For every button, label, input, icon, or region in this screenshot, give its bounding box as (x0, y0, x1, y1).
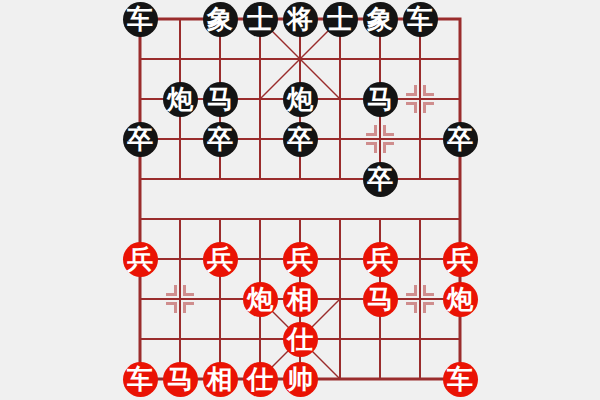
red-horse[interactable]: 马 (363, 282, 398, 317)
red-advisor[interactable]: 仕 (283, 322, 318, 357)
black-elephant[interactable]: 象 (203, 2, 238, 37)
star-corner-tl (366, 125, 377, 136)
red-elephant[interactable]: 相 (283, 282, 318, 317)
black-advisor[interactable]: 士 (323, 2, 358, 37)
star-corner-br (383, 142, 394, 153)
star-corner-tl (406, 85, 417, 96)
star-corner-tl (166, 285, 177, 296)
black-horse[interactable]: 马 (203, 82, 238, 117)
black-general[interactable]: 将 (283, 2, 318, 37)
red-general[interactable]: 帅 (283, 362, 318, 397)
star-corner-br (183, 302, 194, 313)
black-horse[interactable]: 马 (363, 82, 398, 117)
red-chariot[interactable]: 车 (443, 362, 478, 397)
black-chariot[interactable]: 车 (123, 2, 158, 37)
black-cannon[interactable]: 炮 (163, 82, 198, 117)
black-soldier[interactable]: 卒 (283, 122, 318, 157)
red-soldier[interactable]: 兵 (443, 242, 478, 277)
black-advisor[interactable]: 士 (243, 2, 278, 37)
star-corner-tr (383, 125, 394, 136)
star-point-marker (166, 285, 194, 313)
black-elephant[interactable]: 象 (363, 2, 398, 37)
star-corner-bl (406, 302, 417, 313)
star-corner-br (423, 102, 434, 113)
star-corner-tr (183, 285, 194, 296)
star-corner-br (423, 302, 434, 313)
red-advisor[interactable]: 仕 (243, 362, 278, 397)
black-soldier[interactable]: 卒 (123, 122, 158, 157)
red-soldier[interactable]: 兵 (203, 242, 238, 277)
black-soldier[interactable]: 卒 (363, 162, 398, 197)
star-point-marker (406, 85, 434, 113)
red-chariot[interactable]: 车 (123, 362, 158, 397)
star-corner-tr (423, 285, 434, 296)
black-soldier[interactable]: 卒 (203, 122, 238, 157)
red-soldier[interactable]: 兵 (283, 242, 318, 277)
black-cannon[interactable]: 炮 (283, 82, 318, 117)
star-corner-bl (166, 302, 177, 313)
star-point-marker (406, 285, 434, 313)
red-soldier[interactable]: 兵 (123, 242, 158, 277)
black-chariot[interactable]: 车 (403, 2, 438, 37)
pieces-layer: 车象士将士象车炮马炮马卒卒卒卒卒兵兵兵兵兵炮相马炮仕车马相仕帅车 (120, 0, 480, 399)
star-corner-tl (406, 285, 417, 296)
red-horse[interactable]: 马 (163, 362, 198, 397)
xiangqi-board: 车象士将士象车炮马炮马卒卒卒卒卒兵兵兵兵兵炮相马炮仕车马相仕帅车 (0, 0, 600, 400)
star-corner-bl (366, 142, 377, 153)
red-cannon[interactable]: 炮 (243, 282, 278, 317)
red-elephant[interactable]: 相 (203, 362, 238, 397)
star-corner-bl (406, 102, 417, 113)
black-soldier[interactable]: 卒 (443, 122, 478, 157)
red-cannon[interactable]: 炮 (443, 282, 478, 317)
star-point-marker (366, 125, 394, 153)
red-soldier[interactable]: 兵 (363, 242, 398, 277)
star-corner-tr (423, 85, 434, 96)
